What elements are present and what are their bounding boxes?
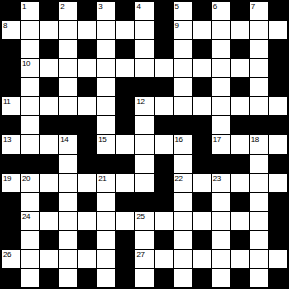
white-cell-r13c11[interactable]	[212, 250, 230, 268]
white-cell-r11c10[interactable]	[193, 212, 211, 230]
white-cell-r12c3[interactable]	[59, 231, 77, 249]
white-cell-r11c6[interactable]	[116, 212, 134, 230]
white-cell-r10c11[interactable]	[212, 193, 230, 211]
white-cell-r13c12[interactable]	[231, 250, 249, 268]
clue-number-16: 16	[175, 135, 183, 144]
white-cell-r2c9[interactable]	[174, 40, 192, 58]
black-cell-r10c14	[269, 193, 287, 211]
white-cell-r14c3[interactable]	[59, 269, 77, 287]
black-cell-r0c12	[231, 2, 249, 20]
white-cell-r12c1[interactable]	[21, 231, 39, 249]
white-cell-r4c5[interactable]	[97, 78, 115, 96]
white-cell-r5c1[interactable]	[21, 97, 39, 115]
white-cell-r9c10[interactable]	[193, 174, 211, 192]
white-cell-r6c7[interactable]	[135, 116, 153, 134]
white-cell-r10c13[interactable]	[250, 193, 268, 211]
black-cell-r2c12	[231, 40, 249, 58]
white-cell-r9c1[interactable]: 20	[21, 174, 39, 192]
black-cell-r12c14	[269, 231, 287, 249]
white-cell-r12c9[interactable]	[174, 231, 192, 249]
white-cell-r2c13[interactable]	[250, 40, 268, 58]
clue-number-4: 4	[136, 2, 140, 11]
white-cell-r5c12[interactable]	[231, 97, 249, 115]
black-cell-r14c12	[231, 269, 249, 287]
white-cell-r7c2[interactable]	[40, 135, 58, 153]
black-cell-r9c8	[155, 174, 173, 192]
black-cell-r3c0	[2, 59, 20, 77]
black-cell-r4c2	[40, 78, 58, 96]
black-cell-r2c0	[2, 40, 20, 58]
white-cell-r8c7[interactable]	[135, 155, 153, 173]
white-cell-r14c13[interactable]	[250, 269, 268, 287]
black-cell-r6c10	[193, 116, 211, 134]
black-cell-r14c10	[193, 269, 211, 287]
black-cell-r8c12	[231, 155, 249, 173]
black-cell-r4c6	[116, 78, 134, 96]
clue-number-7: 7	[251, 2, 255, 11]
white-cell-r5c10[interactable]	[193, 97, 211, 115]
white-cell-r7c11[interactable]: 17	[212, 135, 230, 153]
clue-number-22: 22	[175, 174, 183, 183]
white-cell-r5c2[interactable]	[40, 97, 58, 115]
white-cell-r13c14[interactable]	[269, 250, 287, 268]
black-cell-r14c0	[2, 269, 20, 287]
white-cell-r2c5[interactable]	[97, 40, 115, 58]
black-cell-r10c0	[2, 193, 20, 211]
clue-number-17: 17	[213, 135, 221, 144]
black-cell-r12c0	[2, 231, 20, 249]
white-cell-r2c1[interactable]	[21, 40, 39, 58]
white-cell-r1c9[interactable]: 9	[174, 21, 192, 39]
black-cell-r11c14	[269, 212, 287, 230]
black-cell-r4c8	[155, 78, 173, 96]
white-cell-r9c7[interactable]	[135, 174, 153, 192]
black-cell-r8c0	[2, 155, 20, 173]
black-cell-r10c10	[193, 193, 211, 211]
white-cell-r1c5[interactable]	[97, 21, 115, 39]
white-cell-r13c0[interactable]: 26	[2, 250, 20, 268]
black-cell-r14c2	[40, 269, 58, 287]
black-cell-r8c6	[116, 155, 134, 173]
black-cell-r8c5	[97, 155, 115, 173]
white-cell-r0c3[interactable]: 2	[59, 2, 77, 20]
black-cell-r10c2	[40, 193, 58, 211]
white-cell-r8c3[interactable]	[59, 155, 77, 173]
white-cell-r11c1[interactable]: 24	[21, 212, 39, 230]
black-cell-r5c6	[116, 97, 134, 115]
white-cell-r1c2[interactable]	[40, 21, 58, 39]
black-cell-r12c4	[78, 231, 96, 249]
white-cell-r7c7[interactable]	[135, 135, 153, 153]
white-cell-r5c14[interactable]	[269, 97, 287, 115]
white-cell-r2c7[interactable]	[135, 40, 153, 58]
clue-number-11: 11	[3, 97, 10, 106]
white-cell-r4c1[interactable]	[21, 78, 39, 96]
white-cell-r11c8[interactable]	[155, 212, 173, 230]
white-cell-r11c12[interactable]	[231, 212, 249, 230]
white-cell-r5c3[interactable]	[59, 97, 77, 115]
black-cell-r8c2	[40, 155, 58, 173]
black-cell-r2c10	[193, 40, 211, 58]
black-cell-r8c8	[155, 155, 173, 173]
clue-number-21: 21	[98, 174, 106, 183]
clue-number-14: 14	[60, 135, 68, 144]
black-cell-r12c10	[193, 231, 211, 249]
white-cell-r9c2[interactable]	[40, 174, 58, 192]
white-cell-r10c3[interactable]	[59, 193, 77, 211]
white-cell-r11c2[interactable]	[40, 212, 58, 230]
black-cell-r2c14	[269, 40, 287, 58]
white-cell-r5c11[interactable]	[212, 97, 230, 115]
white-cell-r13c7[interactable]: 27	[135, 250, 153, 268]
black-cell-r12c6	[116, 231, 134, 249]
white-cell-r3c11[interactable]	[212, 59, 230, 77]
clue-number-24: 24	[22, 212, 30, 221]
white-cell-r13c3[interactable]	[59, 250, 77, 268]
white-cell-r9c14[interactable]	[269, 174, 287, 192]
white-cell-r11c13[interactable]	[250, 212, 268, 230]
white-cell-r14c9[interactable]	[174, 269, 192, 287]
white-cell-r14c11[interactable]	[212, 269, 230, 287]
white-cell-r12c5[interactable]	[97, 231, 115, 249]
white-cell-r13c13[interactable]	[250, 250, 268, 268]
white-cell-r12c11[interactable]	[212, 231, 230, 249]
black-cell-r12c12	[231, 231, 249, 249]
white-cell-r3c7[interactable]	[135, 59, 153, 77]
white-cell-r12c7[interactable]	[135, 231, 153, 249]
white-cell-r4c13[interactable]	[250, 78, 268, 96]
white-cell-r11c11[interactable]	[212, 212, 230, 230]
black-cell-r6c12	[231, 116, 249, 134]
white-cell-r13c2[interactable]	[40, 250, 58, 268]
white-cell-r5c9[interactable]	[174, 97, 192, 115]
black-cell-r4c0	[2, 78, 20, 96]
white-cell-r7c6[interactable]	[116, 135, 134, 153]
white-cell-r9c6[interactable]	[116, 174, 134, 192]
white-cell-r1c0[interactable]: 8	[2, 21, 20, 39]
black-cell-r2c4	[78, 40, 96, 58]
black-cell-r7c10	[193, 135, 211, 153]
white-cell-r7c0[interactable]: 13	[2, 135, 20, 153]
clue-number-27: 27	[136, 250, 144, 259]
white-cell-r3c6[interactable]	[116, 59, 134, 77]
black-cell-r10c4	[78, 193, 96, 211]
black-cell-r0c2	[40, 2, 58, 20]
white-cell-r5c7[interactable]: 12	[135, 97, 153, 115]
white-cell-r1c11[interactable]	[212, 21, 230, 39]
white-cell-r8c13[interactable]	[250, 155, 268, 173]
clue-number-19: 19	[3, 174, 11, 183]
white-cell-r7c3[interactable]: 14	[59, 135, 77, 153]
white-cell-r7c9[interactable]: 16	[174, 135, 192, 153]
white-cell-r10c1[interactable]	[21, 193, 39, 211]
white-cell-r1c10[interactable]	[193, 21, 211, 39]
white-cell-r7c12[interactable]	[231, 135, 249, 153]
white-cell-r7c8[interactable]	[155, 135, 173, 153]
white-cell-r7c5[interactable]: 15	[97, 135, 115, 153]
clue-number-1: 1	[22, 2, 26, 11]
white-cell-r10c9[interactable]	[174, 193, 192, 211]
white-cell-r14c1[interactable]	[21, 269, 39, 287]
black-cell-r14c4	[78, 269, 96, 287]
black-cell-r10c7	[135, 193, 153, 211]
white-cell-r0c11[interactable]: 6	[212, 2, 230, 20]
black-cell-r8c11	[212, 155, 230, 173]
white-cell-r1c6[interactable]	[116, 21, 134, 39]
white-cell-r1c4[interactable]	[78, 21, 96, 39]
white-cell-r3c8[interactable]	[155, 59, 173, 77]
white-cell-r3c2[interactable]	[40, 59, 58, 77]
clue-number-6: 6	[213, 2, 217, 11]
clue-number-25: 25	[136, 212, 144, 221]
clue-number-23: 23	[213, 174, 221, 183]
black-cell-r10c6	[116, 193, 134, 211]
white-cell-r9c12[interactable]	[231, 174, 249, 192]
white-cell-r1c13[interactable]	[250, 21, 268, 39]
black-cell-r10c8	[155, 193, 173, 211]
clue-number-18: 18	[251, 135, 259, 144]
clue-number-3: 3	[98, 2, 102, 11]
black-cell-r7c4	[78, 135, 96, 153]
white-cell-r0c1[interactable]: 1	[21, 2, 39, 20]
white-cell-r9c4[interactable]	[78, 174, 96, 192]
white-cell-r1c7[interactable]	[135, 21, 153, 39]
black-cell-r2c2	[40, 40, 58, 58]
black-cell-r12c2	[40, 231, 58, 249]
black-cell-r0c4	[78, 2, 96, 20]
black-cell-r8c10	[193, 155, 211, 173]
white-cell-r2c3[interactable]	[59, 40, 77, 58]
clue-number-8: 8	[3, 21, 7, 30]
white-cell-r9c13[interactable]	[250, 174, 268, 192]
white-cell-r5c13[interactable]	[250, 97, 268, 115]
white-cell-r13c8[interactable]	[155, 250, 173, 268]
clue-number-9: 9	[175, 21, 179, 30]
black-cell-r6c3	[59, 116, 77, 134]
black-cell-r0c0	[2, 2, 20, 20]
clue-number-12: 12	[136, 97, 144, 106]
white-cell-r3c13[interactable]	[250, 59, 268, 77]
white-cell-r1c1[interactable]	[21, 21, 39, 39]
white-cell-r0c13[interactable]: 7	[250, 2, 268, 20]
white-cell-r6c5[interactable]	[97, 116, 115, 134]
black-cell-r6c8	[155, 116, 173, 134]
white-cell-r11c4[interactable]	[78, 212, 96, 230]
white-cell-r7c14[interactable]	[269, 135, 287, 153]
white-cell-r1c3[interactable]	[59, 21, 77, 39]
white-cell-r1c14[interactable]	[269, 21, 287, 39]
white-cell-r5c0[interactable]: 11	[2, 97, 20, 115]
black-cell-r6c2	[40, 116, 58, 134]
white-cell-r11c3[interactable]	[59, 212, 77, 230]
black-cell-r6c4	[78, 116, 96, 134]
black-cell-r4c10	[193, 78, 211, 96]
white-cell-r8c9[interactable]	[174, 155, 192, 173]
white-cell-r14c7[interactable]	[135, 269, 153, 287]
black-cell-r6c0	[2, 116, 20, 134]
white-cell-r0c9[interactable]: 5	[174, 2, 192, 20]
white-cell-r13c1[interactable]	[21, 250, 39, 268]
white-cell-r1c12[interactable]	[231, 21, 249, 39]
white-cell-r5c4[interactable]	[78, 97, 96, 115]
white-cell-r0c5[interactable]: 3	[97, 2, 115, 20]
white-cell-r4c9[interactable]	[174, 78, 192, 96]
black-cell-r2c8	[155, 40, 173, 58]
white-cell-r6c1[interactable]	[21, 116, 39, 134]
white-cell-r12c13[interactable]	[250, 231, 268, 249]
black-cell-r1c8	[155, 21, 173, 39]
clue-number-13: 13	[3, 135, 11, 144]
white-cell-r9c11[interactable]: 23	[212, 174, 230, 192]
black-cell-r14c6	[116, 269, 134, 287]
white-cell-r0c7[interactable]: 4	[135, 2, 153, 20]
clue-number-2: 2	[60, 2, 64, 11]
black-cell-r11c0	[2, 212, 20, 230]
white-cell-r7c1[interactable]	[21, 135, 39, 153]
clue-number-15: 15	[98, 135, 106, 144]
white-cell-r9c9[interactable]: 22	[174, 174, 192, 192]
black-cell-r8c14	[269, 155, 287, 173]
black-cell-r4c12	[231, 78, 249, 96]
black-cell-r12c8	[155, 231, 173, 249]
white-cell-r3c12[interactable]	[231, 59, 249, 77]
black-cell-r10c12	[231, 193, 249, 211]
white-cell-r13c10[interactable]	[193, 250, 211, 268]
black-cell-r2c6	[116, 40, 134, 58]
clue-number-26: 26	[3, 250, 11, 259]
black-cell-r8c1	[21, 155, 39, 173]
black-cell-r8c4	[78, 155, 96, 173]
black-cell-r14c8	[155, 269, 173, 287]
white-cell-r6c11[interactable]	[212, 116, 230, 134]
crossword-grid: 1234567891011121314151617181920212223242…	[0, 0, 289, 289]
white-cell-r5c5[interactable]	[97, 97, 115, 115]
white-cell-r9c3[interactable]	[59, 174, 77, 192]
black-cell-r3c14	[269, 59, 287, 77]
black-cell-r0c8	[155, 2, 173, 20]
white-cell-r5c8[interactable]	[155, 97, 173, 115]
black-cell-r6c13	[250, 116, 268, 134]
white-cell-r11c9[interactable]	[174, 212, 192, 230]
white-cell-r3c5[interactable]	[97, 59, 115, 77]
white-cell-r13c5[interactable]	[97, 250, 115, 268]
black-cell-r6c9	[174, 116, 192, 134]
black-cell-r4c14	[269, 78, 287, 96]
white-cell-r4c11[interactable]	[212, 78, 230, 96]
black-cell-r0c6	[116, 2, 134, 20]
white-cell-r11c5[interactable]	[97, 212, 115, 230]
black-cell-r4c7	[135, 78, 153, 96]
white-cell-r3c4[interactable]	[78, 59, 96, 77]
black-cell-r6c6	[116, 116, 134, 134]
white-cell-r13c9[interactable]	[174, 250, 192, 268]
white-cell-r9c5[interactable]: 21	[97, 174, 115, 192]
white-cell-r7c13[interactable]: 18	[250, 135, 268, 153]
white-cell-r3c1[interactable]: 10	[21, 59, 39, 77]
black-cell-r13c6	[116, 250, 134, 268]
white-cell-r3c9[interactable]	[174, 59, 192, 77]
white-cell-r10c5[interactable]	[97, 193, 115, 211]
black-cell-r6c14	[269, 116, 287, 134]
black-cell-r14c14	[269, 269, 287, 287]
clue-number-5: 5	[175, 2, 179, 11]
white-cell-r13c4[interactable]	[78, 250, 96, 268]
black-cell-r0c14	[269, 2, 287, 20]
white-cell-r3c10[interactable]	[193, 59, 211, 77]
white-cell-r14c5[interactable]	[97, 269, 115, 287]
clue-number-10: 10	[22, 59, 30, 68]
white-cell-r9c0[interactable]: 19	[2, 174, 20, 192]
white-cell-r3c3[interactable]	[59, 59, 77, 77]
clue-number-20: 20	[22, 174, 30, 183]
black-cell-r4c4	[78, 78, 96, 96]
white-cell-r2c11[interactable]	[212, 40, 230, 58]
white-cell-r4c3[interactable]	[59, 78, 77, 96]
black-cell-r0c10	[193, 2, 211, 20]
white-cell-r11c7[interactable]: 25	[135, 212, 153, 230]
